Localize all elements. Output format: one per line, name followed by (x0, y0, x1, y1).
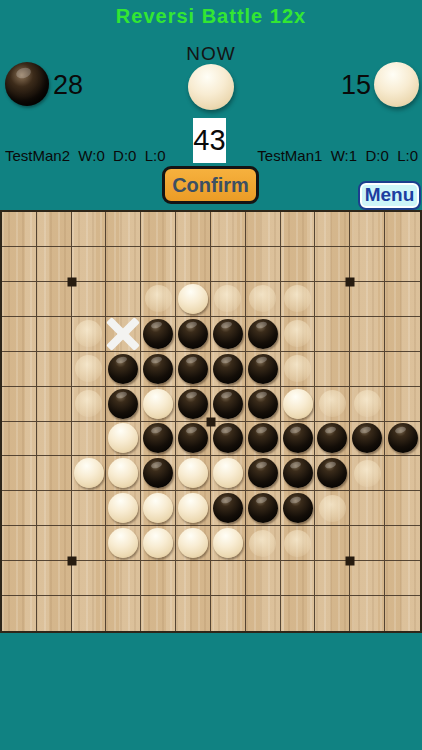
white-disc-count: 15 (341, 70, 371, 101)
black-stone (178, 319, 208, 349)
legal-move-hint[interactable] (354, 390, 381, 417)
black-stone (143, 423, 173, 453)
confirm-button[interactable]: Confirm (162, 166, 259, 204)
board-cell-k10[interactable] (350, 526, 385, 561)
board-cell-l12[interactable] (385, 596, 420, 631)
board-cell-d6[interactable] (106, 387, 141, 422)
black-stone (108, 389, 138, 419)
board-cell-k4[interactable] (350, 317, 385, 352)
board-cell-a2[interactable] (2, 247, 37, 282)
board-cell-j7[interactable] (315, 422, 350, 457)
move-number-box: 43 (193, 118, 226, 163)
board-star-point (346, 557, 355, 566)
board-cell-b11[interactable] (37, 561, 72, 596)
reversi-board[interactable] (0, 210, 422, 633)
board-cell-c12[interactable] (72, 596, 107, 631)
board-cell-d3[interactable] (106, 282, 141, 317)
board-cell-c9[interactable] (72, 491, 107, 526)
board-cell-f5[interactable] (176, 352, 211, 387)
black-stone (248, 389, 278, 419)
board-cell-d7[interactable] (106, 422, 141, 457)
board-cell-h11[interactable] (246, 561, 281, 596)
board-cell-h1[interactable] (246, 212, 281, 247)
board-cell-e2[interactable] (141, 247, 176, 282)
black-stone (283, 423, 313, 453)
board-cell-k11[interactable] (350, 561, 385, 596)
board-cell-g4[interactable] (211, 317, 246, 352)
board-cell-c4[interactable] (72, 317, 107, 352)
board-cell-e12[interactable] (141, 596, 176, 631)
legal-move-hint[interactable] (75, 390, 102, 417)
white-stone (283, 389, 313, 419)
board-cell-f9[interactable] (176, 491, 211, 526)
board-cell-a11[interactable] (2, 561, 37, 596)
board-cell-l4[interactable] (385, 317, 420, 352)
board-cell-g12[interactable] (211, 596, 246, 631)
board-cell-a6[interactable] (2, 387, 37, 422)
board-cell-i1[interactable] (281, 212, 316, 247)
white-stone (108, 458, 138, 488)
board-cell-g2[interactable] (211, 247, 246, 282)
black-stone (388, 423, 418, 453)
black-stone (283, 493, 313, 523)
board-cell-i3[interactable] (281, 282, 316, 317)
board-cell-g9[interactable] (211, 491, 246, 526)
board-cell-k8[interactable] (350, 456, 385, 491)
black-stone (352, 423, 382, 453)
board-cell-k6[interactable] (350, 387, 385, 422)
white-score-stone-icon (374, 62, 419, 107)
black-disc-count: 28 (53, 70, 83, 101)
board-cell-h8[interactable] (246, 456, 281, 491)
board-cell-b7[interactable] (37, 422, 72, 457)
board-cell-f4[interactable] (176, 317, 211, 352)
board-cell-i12[interactable] (281, 596, 316, 631)
board-cell-k9[interactable] (350, 491, 385, 526)
white-stone (178, 284, 208, 314)
board-cell-b1[interactable] (37, 212, 72, 247)
board-cell-l6[interactable] (385, 387, 420, 422)
black-stone (213, 389, 243, 419)
board-cell-g7[interactable] (211, 422, 246, 457)
board-cell-h6[interactable] (246, 387, 281, 422)
board-cell-j5[interactable] (315, 352, 350, 387)
white-stone (143, 493, 173, 523)
board-cell-d10[interactable] (106, 526, 141, 561)
board-cell-i10[interactable] (281, 526, 316, 561)
board-cell-a9[interactable] (2, 491, 37, 526)
board-cell-a10[interactable] (2, 526, 37, 561)
board-cell-d2[interactable] (106, 247, 141, 282)
board-cell-b8[interactable] (37, 456, 72, 491)
board-cell-e9[interactable] (141, 491, 176, 526)
legal-move-hint[interactable] (249, 285, 276, 312)
board-cell-h7[interactable] (246, 422, 281, 457)
black-stone (213, 493, 243, 523)
board-cell-a1[interactable] (2, 212, 37, 247)
board-cell-k3[interactable] (350, 282, 385, 317)
board-cell-a3[interactable] (2, 282, 37, 317)
board-cell-i4[interactable] (281, 317, 316, 352)
turn-now-label: NOW (0, 43, 422, 65)
board-cell-l5[interactable] (385, 352, 420, 387)
board-cell-l2[interactable] (385, 247, 420, 282)
board-cell-h12[interactable] (246, 596, 281, 631)
board-cell-j9[interactable] (315, 491, 350, 526)
board-cell-j12[interactable] (315, 596, 350, 631)
board-cell-a4[interactable] (2, 317, 37, 352)
board-cell-f3[interactable] (176, 282, 211, 317)
board-cell-k1[interactable] (350, 212, 385, 247)
black-stone (213, 319, 243, 349)
black-stone (317, 458, 347, 488)
board-cell-f11[interactable] (176, 561, 211, 596)
white-stone (108, 528, 138, 558)
legal-move-hint[interactable] (354, 460, 381, 487)
board-cell-c8[interactable] (72, 456, 107, 491)
board-cell-b9[interactable] (37, 491, 72, 526)
black-stone (317, 423, 347, 453)
board-cell-i6[interactable] (281, 387, 316, 422)
white-stone (178, 493, 208, 523)
board-cell-c6[interactable] (72, 387, 107, 422)
board-cell-j6[interactable] (315, 387, 350, 422)
white-stone (143, 389, 173, 419)
board-cell-a8[interactable] (2, 456, 37, 491)
board-cell-j11[interactable] (315, 561, 350, 596)
black-stone (248, 319, 278, 349)
white-stone (213, 528, 243, 558)
black-stone (178, 389, 208, 419)
legal-move-hint[interactable] (284, 285, 311, 312)
app-root: Reversi Battle 12x NOW 28 15 43 TestMan2… (0, 0, 422, 750)
board-cell-l7[interactable] (385, 422, 420, 457)
board-cell-h3[interactable] (246, 282, 281, 317)
black-stone (108, 354, 138, 384)
board-cell-e4[interactable] (141, 317, 176, 352)
legal-move-hint[interactable] (319, 495, 346, 522)
white-stone (143, 528, 173, 558)
board-cell-i8[interactable] (281, 456, 316, 491)
board-cell-l9[interactable] (385, 491, 420, 526)
black-stone (248, 354, 278, 384)
board-cell-d4[interactable] (106, 317, 141, 352)
board-cell-k12[interactable] (350, 596, 385, 631)
board-cell-h5[interactable] (246, 352, 281, 387)
board-cell-e7[interactable] (141, 422, 176, 457)
black-stone (248, 423, 278, 453)
board-cell-d9[interactable] (106, 491, 141, 526)
white-stone (108, 423, 138, 453)
selected-move-x-marker (107, 318, 139, 350)
board-cell-e8[interactable] (141, 456, 176, 491)
board-cell-h10[interactable] (246, 526, 281, 561)
menu-button[interactable]: Menu (358, 181, 421, 210)
board-cell-e5[interactable] (141, 352, 176, 387)
board-cell-g10[interactable] (211, 526, 246, 561)
board-cell-i9[interactable] (281, 491, 316, 526)
app-title: Reversi Battle 12x (0, 5, 422, 28)
player-right-stats: TestMan1 W:1 D:0 L:0 (257, 147, 418, 164)
board-cell-c11[interactable] (72, 561, 107, 596)
board-cell-g3[interactable] (211, 282, 246, 317)
black-stone (143, 354, 173, 384)
board-cell-g11[interactable] (211, 561, 246, 596)
white-stone (213, 458, 243, 488)
board-cell-i7[interactable] (281, 422, 316, 457)
board-cell-f7[interactable] (176, 422, 211, 457)
board-cell-i11[interactable] (281, 561, 316, 596)
legal-move-hint[interactable] (145, 285, 172, 312)
board-cell-b12[interactable] (37, 596, 72, 631)
board-cell-c2[interactable] (72, 247, 107, 282)
board-cell-f8[interactable] (176, 456, 211, 491)
board-cell-e11[interactable] (141, 561, 176, 596)
board-cell-a7[interactable] (2, 422, 37, 457)
board-cell-d11[interactable] (106, 561, 141, 596)
board-cell-b5[interactable] (37, 352, 72, 387)
legal-move-hint[interactable] (319, 390, 346, 417)
player-left-stats: TestMan2 W:0 D:0 L:0 (5, 147, 166, 164)
black-stone (178, 354, 208, 384)
board-cell-i5[interactable] (281, 352, 316, 387)
board-cell-e10[interactable] (141, 526, 176, 561)
board-cell-b6[interactable] (37, 387, 72, 422)
board-cell-g5[interactable] (211, 352, 246, 387)
board-cell-e1[interactable] (141, 212, 176, 247)
board-cell-l11[interactable] (385, 561, 420, 596)
board-cell-k2[interactable] (350, 247, 385, 282)
board-star-point (67, 557, 76, 566)
black-stone (143, 458, 173, 488)
board-cell-g1[interactable] (211, 212, 246, 247)
white-stone (108, 493, 138, 523)
board-star-point (207, 417, 216, 426)
black-stone (213, 423, 243, 453)
board-cell-c10[interactable] (72, 526, 107, 561)
board-cell-k7[interactable] (350, 422, 385, 457)
white-stone (178, 458, 208, 488)
board-cell-g6[interactable] (211, 387, 246, 422)
board-cell-h4[interactable] (246, 317, 281, 352)
board-cell-j8[interactable] (315, 456, 350, 491)
legal-move-hint[interactable] (75, 355, 102, 382)
black-stone (283, 458, 313, 488)
black-score-stone-icon (5, 62, 49, 106)
black-stone (248, 493, 278, 523)
black-stone (178, 423, 208, 453)
board-cell-a12[interactable] (2, 596, 37, 631)
board-cell-l8[interactable] (385, 456, 420, 491)
board-cell-j1[interactable] (315, 212, 350, 247)
legal-move-hint[interactable] (284, 320, 311, 347)
board-cell-h9[interactable] (246, 491, 281, 526)
board-cell-g8[interactable] (211, 456, 246, 491)
black-stone (213, 354, 243, 384)
board-cell-b4[interactable] (37, 317, 72, 352)
board-cell-d1[interactable] (106, 212, 141, 247)
board-cell-e6[interactable] (141, 387, 176, 422)
legal-move-hint[interactable] (249, 530, 276, 557)
board-cell-c1[interactable] (72, 212, 107, 247)
board-cell-j4[interactable] (315, 317, 350, 352)
board-star-point (67, 277, 76, 286)
board-cell-i2[interactable] (281, 247, 316, 282)
legal-move-hint[interactable] (75, 320, 102, 347)
legal-move-hint[interactable] (214, 285, 241, 312)
board-cell-f1[interactable] (176, 212, 211, 247)
board-cell-h2[interactable] (246, 247, 281, 282)
board-cell-b3[interactable] (37, 282, 72, 317)
board-cell-d8[interactable] (106, 456, 141, 491)
legal-move-hint[interactable] (284, 530, 311, 557)
board-cell-k5[interactable] (350, 352, 385, 387)
board-cell-f12[interactable] (176, 596, 211, 631)
board-cell-f10[interactable] (176, 526, 211, 561)
board-cell-d12[interactable] (106, 596, 141, 631)
board-cell-f2[interactable] (176, 247, 211, 282)
black-stone (143, 319, 173, 349)
black-stone (248, 458, 278, 488)
white-stone (74, 458, 104, 488)
board-cell-l10[interactable] (385, 526, 420, 561)
board-cell-e3[interactable] (141, 282, 176, 317)
board-cell-c7[interactable] (72, 422, 107, 457)
turn-indicator-stone-icon (188, 64, 234, 110)
board-cell-a5[interactable] (2, 352, 37, 387)
board-cell-c5[interactable] (72, 352, 107, 387)
board-cell-j3[interactable] (315, 282, 350, 317)
board-cell-l1[interactable] (385, 212, 420, 247)
board-cell-l3[interactable] (385, 282, 420, 317)
board-cell-c3[interactable] (72, 282, 107, 317)
board-cell-d5[interactable] (106, 352, 141, 387)
board-star-point (346, 277, 355, 286)
legal-move-hint[interactable] (284, 355, 311, 382)
white-stone (178, 528, 208, 558)
